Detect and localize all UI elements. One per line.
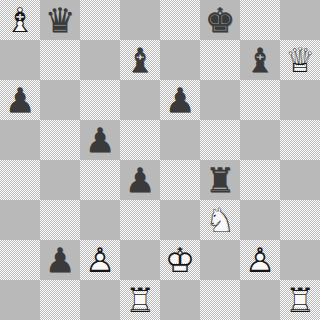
white-pawn: ♙: [80, 240, 120, 280]
square-a4[interactable]: [0, 160, 40, 200]
black-rook: ♜: [200, 160, 240, 200]
square-b7[interactable]: [40, 40, 80, 80]
square-e4[interactable]: [160, 160, 200, 200]
square-f3[interactable]: ♞♘: [200, 200, 240, 240]
square-a7[interactable]: [0, 40, 40, 80]
black-bishop: ♝: [240, 40, 280, 80]
white-queen: ♕: [280, 40, 320, 80]
square-b2[interactable]: ♟: [40, 240, 80, 280]
square-a5[interactable]: [0, 120, 40, 160]
black-pawn: ♟: [0, 80, 40, 120]
white-rook-body: ♜: [120, 280, 160, 320]
square-h4[interactable]: [280, 160, 320, 200]
square-f6[interactable]: [200, 80, 240, 120]
black-pawn: ♟: [160, 80, 200, 120]
square-e2[interactable]: ♚♔: [160, 240, 200, 280]
black-queen: ♛: [40, 0, 80, 40]
white-pawn: ♙: [240, 240, 280, 280]
square-g7[interactable]: ♝: [240, 40, 280, 80]
black-king: ♚: [200, 0, 240, 40]
white-knight-body: ♞: [200, 200, 240, 240]
square-g8[interactable]: [240, 0, 280, 40]
square-e7[interactable]: [160, 40, 200, 80]
square-c4[interactable]: [80, 160, 120, 200]
square-a6[interactable]: ♟: [0, 80, 40, 120]
square-e6[interactable]: ♟: [160, 80, 200, 120]
square-g4[interactable]: [240, 160, 280, 200]
square-d8[interactable]: [120, 0, 160, 40]
square-h6[interactable]: [280, 80, 320, 120]
square-e5[interactable]: [160, 120, 200, 160]
square-c7[interactable]: [80, 40, 120, 80]
square-e3[interactable]: [160, 200, 200, 240]
square-d5[interactable]: [120, 120, 160, 160]
square-c8[interactable]: [80, 0, 120, 40]
white-rook-body: ♜: [280, 280, 320, 320]
square-f7[interactable]: [200, 40, 240, 80]
square-e1[interactable]: [160, 280, 200, 320]
square-b6[interactable]: [40, 80, 80, 120]
square-d4[interactable]: ♟: [120, 160, 160, 200]
square-c3[interactable]: [80, 200, 120, 240]
square-d3[interactable]: [120, 200, 160, 240]
white-queen-body: ♛: [280, 40, 320, 80]
white-rook: ♖: [280, 280, 320, 320]
white-bishop: ♗: [0, 0, 40, 40]
white-pawn-body: ♟: [240, 240, 280, 280]
square-h1[interactable]: ♜♖: [280, 280, 320, 320]
square-g6[interactable]: [240, 80, 280, 120]
black-bishop: ♝: [120, 40, 160, 80]
square-c2[interactable]: ♟♙: [80, 240, 120, 280]
square-g1[interactable]: [240, 280, 280, 320]
square-b3[interactable]: [40, 200, 80, 240]
square-h3[interactable]: [280, 200, 320, 240]
white-knight: ♘: [200, 200, 240, 240]
square-h2[interactable]: [280, 240, 320, 280]
square-f4[interactable]: ♜: [200, 160, 240, 200]
white-king: ♔: [160, 240, 200, 280]
square-d6[interactable]: [120, 80, 160, 120]
chess-board: ♝♗♛♚♝♝♛♕♟♟♟♟♜♞♘♟♟♙♚♔♟♙♜♖♜♖: [0, 0, 320, 320]
square-b1[interactable]: [40, 280, 80, 320]
white-rook: ♖: [120, 280, 160, 320]
square-e8[interactable]: [160, 0, 200, 40]
square-c6[interactable]: [80, 80, 120, 120]
black-pawn: ♟: [120, 160, 160, 200]
square-h7[interactable]: ♛♕: [280, 40, 320, 80]
square-g5[interactable]: [240, 120, 280, 160]
square-a8[interactable]: ♝♗: [0, 0, 40, 40]
white-pawn-body: ♟: [80, 240, 120, 280]
square-d1[interactable]: ♜♖: [120, 280, 160, 320]
black-pawn: ♟: [80, 120, 120, 160]
square-b4[interactable]: [40, 160, 80, 200]
square-b5[interactable]: [40, 120, 80, 160]
square-g3[interactable]: [240, 200, 280, 240]
white-bishop-body: ♝: [0, 0, 40, 40]
square-a2[interactable]: [0, 240, 40, 280]
square-f2[interactable]: [200, 240, 240, 280]
square-d2[interactable]: [120, 240, 160, 280]
white-king-body: ♚: [160, 240, 200, 280]
square-f1[interactable]: [200, 280, 240, 320]
square-c1[interactable]: [80, 280, 120, 320]
square-h8[interactable]: [280, 0, 320, 40]
square-d7[interactable]: ♝: [120, 40, 160, 80]
black-pawn: ♟: [40, 240, 80, 280]
square-g2[interactable]: ♟♙: [240, 240, 280, 280]
square-f8[interactable]: ♚: [200, 0, 240, 40]
square-h5[interactable]: [280, 120, 320, 160]
square-a1[interactable]: [0, 280, 40, 320]
square-f5[interactable]: [200, 120, 240, 160]
square-a3[interactable]: [0, 200, 40, 240]
square-b8[interactable]: ♛: [40, 0, 80, 40]
square-c5[interactable]: ♟: [80, 120, 120, 160]
